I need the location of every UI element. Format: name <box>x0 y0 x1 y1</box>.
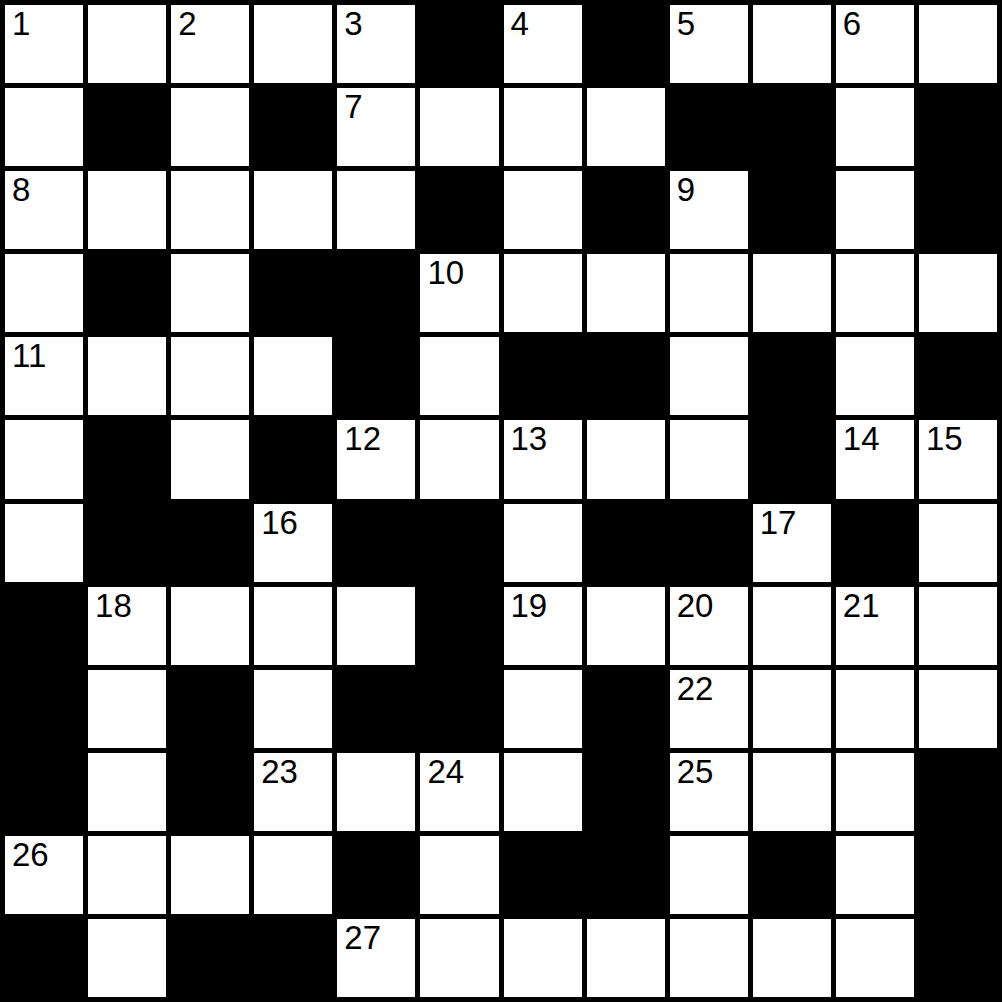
cell-r6-c11[interactable]: 14 <box>836 420 914 498</box>
cell-r11-c9[interactable] <box>670 836 748 914</box>
clue-number: 16 <box>261 506 298 541</box>
cell-r7-c1[interactable] <box>5 504 83 582</box>
cell-r7-c5 <box>337 504 415 582</box>
cell-r5-c10 <box>753 337 831 415</box>
cell-r5-c5 <box>337 337 415 415</box>
cell-r9-c11[interactable] <box>836 670 914 748</box>
cell-r1-c11[interactable]: 6 <box>836 5 914 83</box>
cell-r9-c7[interactable] <box>504 670 582 748</box>
cell-r11-c10 <box>753 836 831 914</box>
clue-number: 1 <box>12 7 30 42</box>
cell-r7-c6 <box>420 504 498 582</box>
cell-r9-c9[interactable]: 22 <box>670 670 748 748</box>
clue-number: 17 <box>760 506 797 541</box>
cell-r9-c12[interactable] <box>919 670 997 748</box>
cell-r8-c6 <box>420 587 498 665</box>
cell-r11-c12 <box>919 836 997 914</box>
cell-r10-c10[interactable] <box>753 753 831 831</box>
cell-r1-c2[interactable] <box>88 5 166 83</box>
cell-r12-c2[interactable] <box>88 919 166 997</box>
cell-r12-c3 <box>171 919 249 997</box>
clue-number: 26 <box>12 838 49 873</box>
cell-r3-c8 <box>587 171 665 249</box>
cell-r5-c12 <box>919 337 997 415</box>
cell-r5-c11[interactable] <box>836 337 914 415</box>
cell-r6-c1[interactable] <box>5 420 83 498</box>
cell-r12-c7[interactable] <box>504 919 582 997</box>
cell-r9-c10[interactable] <box>753 670 831 748</box>
cell-r5-c6[interactable] <box>420 337 498 415</box>
cell-r7-c11 <box>836 504 914 582</box>
cell-r2-c1[interactable] <box>5 88 83 166</box>
cell-r8-c1 <box>5 587 83 665</box>
cell-r1-c12[interactable] <box>919 5 997 83</box>
cell-r11-c2[interactable] <box>88 836 166 914</box>
clue-number: 11 <box>12 339 46 374</box>
cell-r8-c3[interactable] <box>171 587 249 665</box>
cell-r3-c5[interactable] <box>337 171 415 249</box>
cell-r12-c6[interactable] <box>420 919 498 997</box>
cell-r11-c6[interactable] <box>420 836 498 914</box>
cell-r1-c4[interactable] <box>254 5 332 83</box>
cell-r9-c1 <box>5 670 83 748</box>
cell-r10-c4[interactable]: 23 <box>254 753 332 831</box>
cell-r4-c4 <box>254 254 332 332</box>
cell-r4-c9[interactable] <box>670 254 748 332</box>
cell-r6-c6[interactable] <box>420 420 498 498</box>
cell-r10-c9[interactable]: 25 <box>670 753 748 831</box>
cell-r5-c4[interactable] <box>254 337 332 415</box>
clue-number: 19 <box>511 589 548 624</box>
cell-r9-c6 <box>420 670 498 748</box>
cell-r1-c6 <box>420 5 498 83</box>
cell-r8-c4[interactable] <box>254 587 332 665</box>
clue-number: 14 <box>843 422 880 457</box>
cell-r6-c9[interactable] <box>670 420 748 498</box>
clue-number: 12 <box>344 422 381 457</box>
cell-r2-c2 <box>88 88 166 166</box>
cell-r4-c3[interactable] <box>171 254 249 332</box>
clue-number: 27 <box>344 921 381 956</box>
cell-r1-c5[interactable]: 3 <box>337 5 415 83</box>
cell-r8-c11[interactable]: 21 <box>836 587 914 665</box>
cell-r12-c8[interactable] <box>587 919 665 997</box>
cell-r8-c10[interactable] <box>753 587 831 665</box>
clue-number: 5 <box>677 7 695 42</box>
clue-number: 4 <box>511 7 529 42</box>
cell-r9-c3 <box>171 670 249 748</box>
cell-r2-c10 <box>753 88 831 166</box>
cell-r7-c2 <box>88 504 166 582</box>
cell-r2-c12 <box>919 88 997 166</box>
cell-r11-c8 <box>587 836 665 914</box>
clue-number: 7 <box>344 90 362 125</box>
clue-number: 24 <box>427 755 464 790</box>
cell-r4-c6[interactable]: 10 <box>420 254 498 332</box>
cell-r9-c4[interactable] <box>254 670 332 748</box>
cell-r5-c2[interactable] <box>88 337 166 415</box>
cell-r1-c7[interactable]: 4 <box>504 5 582 83</box>
cell-r10-c8 <box>587 753 665 831</box>
cell-r3-c2[interactable] <box>88 171 166 249</box>
cell-r5-c1[interactable]: 11 <box>5 337 83 415</box>
cell-r6-c5[interactable]: 12 <box>337 420 415 498</box>
cell-r8-c2[interactable]: 18 <box>88 587 166 665</box>
cell-r8-c12[interactable] <box>919 587 997 665</box>
cell-r1-c3[interactable]: 2 <box>171 5 249 83</box>
cell-r10-c1 <box>5 753 83 831</box>
cell-r5-c9[interactable] <box>670 337 748 415</box>
cell-r12-c5[interactable]: 27 <box>337 919 415 997</box>
cell-r6-c4 <box>254 420 332 498</box>
cell-r7-c8 <box>587 504 665 582</box>
cell-r10-c3 <box>171 753 249 831</box>
cell-r4-c5 <box>337 254 415 332</box>
cell-r8-c7[interactable]: 19 <box>504 587 582 665</box>
cell-r6-c3[interactable] <box>171 420 249 498</box>
crossword-board: 1234567891011121314151617181920212223242… <box>0 0 1002 1002</box>
cell-r10-c12 <box>919 753 997 831</box>
cell-r3-c12 <box>919 171 997 249</box>
cell-r2-c6[interactable] <box>420 88 498 166</box>
cell-r5-c8 <box>587 337 665 415</box>
cell-r4-c11[interactable] <box>836 254 914 332</box>
cell-r7-c3 <box>171 504 249 582</box>
cell-r3-c9[interactable]: 9 <box>670 171 748 249</box>
cell-r5-c7 <box>504 337 582 415</box>
cell-r2-c3[interactable] <box>171 88 249 166</box>
cell-r4-c8[interactable] <box>587 254 665 332</box>
clue-number: 10 <box>427 256 464 291</box>
cell-r10-c5[interactable] <box>337 753 415 831</box>
cell-r4-c1[interactable] <box>5 254 83 332</box>
cell-r11-c5 <box>337 836 415 914</box>
cell-r4-c2 <box>88 254 166 332</box>
clue-number: 20 <box>677 589 714 624</box>
clue-number: 9 <box>677 173 695 208</box>
cell-r11-c4[interactable] <box>254 836 332 914</box>
cell-r10-c11[interactable] <box>836 753 914 831</box>
cell-r6-c2 <box>88 420 166 498</box>
clue-number: 8 <box>12 173 30 208</box>
cell-r12-c11[interactable] <box>836 919 914 997</box>
cell-r7-c12[interactable] <box>919 504 997 582</box>
cell-r6-c7[interactable]: 13 <box>504 420 582 498</box>
cell-r2-c8[interactable] <box>587 88 665 166</box>
cell-r3-c1[interactable]: 8 <box>5 171 83 249</box>
clue-number: 6 <box>843 7 861 42</box>
cell-r8-c9[interactable]: 20 <box>670 587 748 665</box>
cell-r9-c5 <box>337 670 415 748</box>
cell-r4-c12[interactable] <box>919 254 997 332</box>
clue-number: 21 <box>843 589 880 624</box>
clue-number: 15 <box>926 422 963 457</box>
cell-r10-c6[interactable]: 24 <box>420 753 498 831</box>
cell-r6-c10 <box>753 420 831 498</box>
cell-r12-c10[interactable] <box>753 919 831 997</box>
cell-r12-c1 <box>5 919 83 997</box>
cell-r7-c7[interactable] <box>504 504 582 582</box>
cell-r12-c12 <box>919 919 997 997</box>
cell-r4-c10[interactable] <box>753 254 831 332</box>
cell-r1-c1[interactable]: 1 <box>5 5 83 83</box>
clue-number: 18 <box>95 589 132 624</box>
cell-r12-c9[interactable] <box>670 919 748 997</box>
cell-r1-c8 <box>587 5 665 83</box>
cell-r10-c2[interactable] <box>88 753 166 831</box>
cell-r5-c3[interactable] <box>171 337 249 415</box>
cell-r7-c4[interactable]: 16 <box>254 504 332 582</box>
cell-r12-c4 <box>254 919 332 997</box>
cell-r1-c10[interactable] <box>753 5 831 83</box>
cell-r4-c7[interactable] <box>504 254 582 332</box>
cell-r3-c10 <box>753 171 831 249</box>
cell-r11-c1[interactable]: 26 <box>5 836 83 914</box>
cell-r11-c7 <box>504 836 582 914</box>
cell-r3-c4[interactable] <box>254 171 332 249</box>
clue-number: 25 <box>677 755 714 790</box>
clue-number: 22 <box>677 672 714 707</box>
cell-r11-c11[interactable] <box>836 836 914 914</box>
cell-r7-c10[interactable]: 17 <box>753 504 831 582</box>
cell-r7-c9 <box>670 504 748 582</box>
clue-number: 2 <box>178 7 196 42</box>
cell-r2-c5[interactable]: 7 <box>337 88 415 166</box>
cell-r3-c11[interactable] <box>836 171 914 249</box>
cell-r3-c3[interactable] <box>171 171 249 249</box>
clue-number: 23 <box>261 755 298 790</box>
cell-r3-c6 <box>420 171 498 249</box>
cell-r2-c4 <box>254 88 332 166</box>
cell-r2-c7[interactable] <box>504 88 582 166</box>
cell-r6-c12[interactable]: 15 <box>919 420 997 498</box>
cell-r3-c7[interactable] <box>504 171 582 249</box>
clue-number: 3 <box>344 7 362 42</box>
cell-r9-c2[interactable] <box>88 670 166 748</box>
cell-r10-c7[interactable] <box>504 753 582 831</box>
cell-r8-c5[interactable] <box>337 587 415 665</box>
cell-r11-c3[interactable] <box>171 836 249 914</box>
cell-r9-c8 <box>587 670 665 748</box>
cell-r2-c11[interactable] <box>836 88 914 166</box>
clue-number: 13 <box>511 422 548 457</box>
cell-r1-c9[interactable]: 5 <box>670 5 748 83</box>
cell-r8-c8[interactable] <box>587 587 665 665</box>
cell-r2-c9 <box>670 88 748 166</box>
cell-r6-c8[interactable] <box>587 420 665 498</box>
